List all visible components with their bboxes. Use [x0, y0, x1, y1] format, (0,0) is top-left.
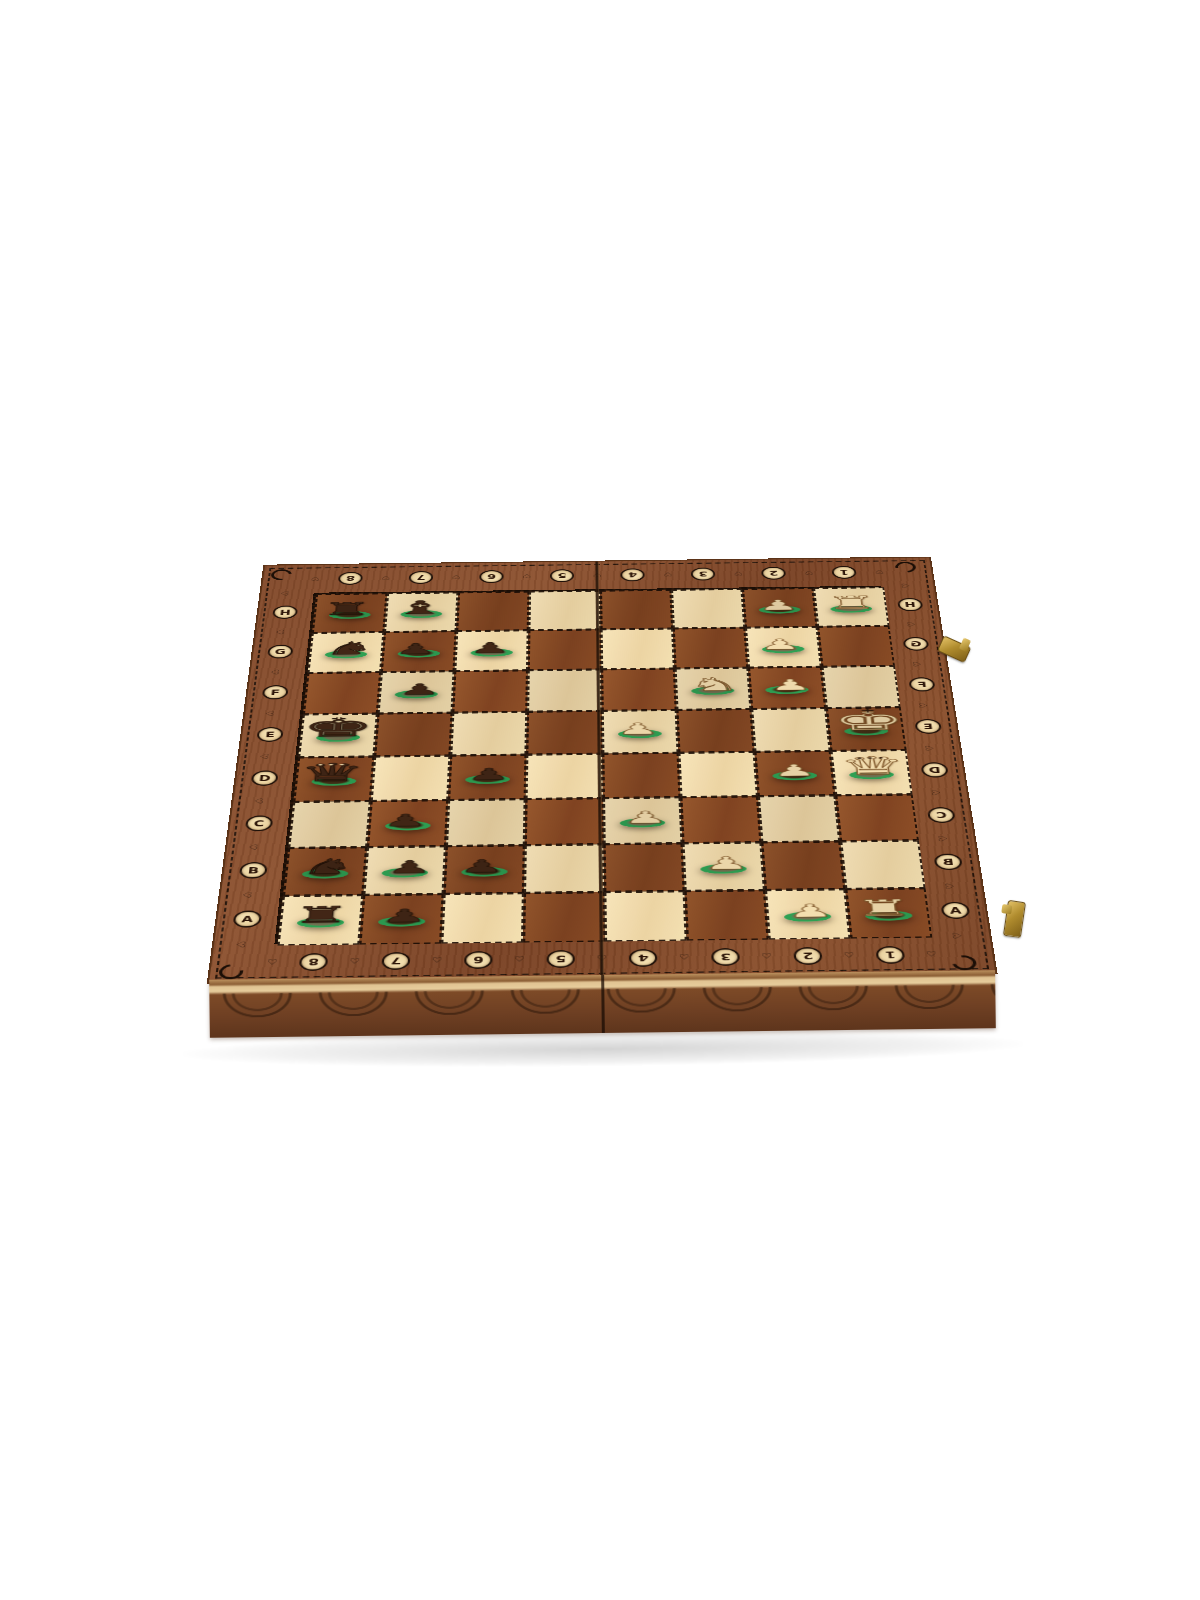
piece-glyph: ♜	[854, 897, 914, 918]
piece-glyph: ♟	[394, 642, 436, 656]
square-f5	[527, 669, 602, 711]
square-c4: ♟	[603, 797, 682, 844]
black-pawn-c7: ♟	[382, 812, 427, 828]
black-rook-a8: ♜	[292, 904, 351, 925]
heart-scroll-motif: ♡	[901, 583, 912, 588]
square-g5	[528, 629, 601, 670]
heart-scroll-motif: ♡	[279, 591, 290, 596]
square-e1: ♚+	[826, 707, 907, 751]
square-e6	[450, 712, 527, 756]
box-side-seam	[601, 975, 605, 1033]
square-e3	[677, 709, 755, 753]
piece-glyph: ♟	[769, 678, 812, 692]
square-f1	[822, 666, 901, 708]
square-e7	[374, 713, 452, 757]
white-pawn-h2: ♟	[758, 599, 800, 612]
square-g1	[817, 626, 895, 667]
square-a5	[523, 892, 605, 943]
heart-scroll-motif: ♡	[451, 574, 460, 580]
black-queen-d8: ♛•••	[297, 761, 366, 784]
heart-scroll-motif: ♡	[274, 629, 285, 634]
piece-glyph: ♛	[297, 761, 366, 784]
square-f7: ♟	[378, 671, 455, 713]
white-rook-a1: ♜	[854, 897, 914, 918]
piece-glyph: ♛	[838, 754, 908, 777]
piece-glyph: ♞	[689, 676, 741, 693]
black-pawn-g7: ♟	[394, 642, 436, 656]
square-h6	[456, 592, 529, 632]
piece-glyph: ♟	[381, 907, 428, 924]
heart-scroll-motif: ♡	[733, 571, 743, 577]
piece-glyph: ♟	[772, 763, 817, 778]
square-d6: ♟	[448, 755, 526, 800]
heart-scroll-motif: ♡	[906, 622, 917, 627]
white-rook-h1: ♜	[825, 594, 878, 610]
heart-scroll-motif: ♡	[310, 576, 320, 582]
square-c5	[525, 798, 604, 845]
heart-scroll-motif: ♡	[593, 572, 602, 578]
square-d5	[526, 754, 603, 799]
square-a3	[685, 890, 769, 941]
heart-scroll-motif: ♡	[269, 669, 280, 674]
square-c1	[835, 794, 919, 841]
white-pawn-d2: ♟	[772, 763, 817, 778]
piece-glyph: ♜	[320, 601, 372, 617]
square-c7: ♟	[367, 800, 448, 847]
heart-scroll-motif: ♡	[918, 703, 930, 709]
square-d1: ♛•••	[831, 750, 913, 795]
square-a1: ♜	[845, 888, 932, 939]
square-d4	[602, 753, 680, 798]
square-h1: ♜	[813, 587, 889, 627]
piece-glyph: ♟	[787, 902, 834, 919]
square-f8	[303, 672, 381, 714]
heart-scroll-motif: ♡	[381, 575, 391, 581]
white-pawn-f2: ♟	[769, 678, 812, 692]
white-queen-d1: ♛•••	[838, 754, 908, 777]
white-pawn-c4: ♟	[623, 810, 668, 826]
heart-scroll-motif: ♡	[522, 573, 531, 579]
piece-glyph: ♟	[758, 599, 800, 612]
square-c3	[680, 796, 761, 843]
square-h3	[671, 589, 745, 629]
square-d2: ♟	[755, 751, 836, 796]
heart-scroll-motif: ♡	[264, 711, 275, 717]
square-d8: ♛•••	[293, 756, 374, 801]
square-d7	[371, 756, 451, 801]
black-pawn-d6: ♟	[467, 767, 511, 782]
square-h7: ♝	[384, 592, 458, 632]
square-c2	[758, 795, 840, 842]
black-rook-h8: ♜	[320, 601, 372, 617]
square-h4	[600, 590, 673, 630]
square-a2: ♟	[765, 889, 851, 940]
square-a8: ♜	[277, 895, 363, 946]
piece-glyph: ♟	[398, 682, 441, 696]
heart-scroll-motif: ♡	[874, 569, 884, 575]
piece-glyph: ♟	[467, 767, 511, 782]
white-knight-f3: ♞	[689, 676, 741, 693]
white-pawn-a2: ♟	[787, 902, 834, 919]
square-e2	[751, 708, 830, 752]
square-a7: ♟	[359, 894, 443, 945]
square-d3	[678, 752, 757, 797]
square-c8	[288, 801, 371, 848]
product-photo: 88HH77GG66FF55EE44DD33CC22BB11AA♡♡♡♡♡♡♡♡…	[0, 0, 1200, 1600]
heart-scroll-motif: ♡	[912, 661, 923, 666]
square-g8: ♞	[308, 632, 385, 673]
piece-glyph: ♜	[825, 594, 878, 610]
black-pawn-a7: ♟	[381, 907, 428, 924]
square-g6: ♟	[454, 630, 528, 671]
square-a6	[441, 893, 524, 944]
black-pawn-f7: ♟	[398, 682, 441, 696]
square-a4	[604, 891, 687, 942]
black-bishop-h7: ♝	[393, 599, 446, 616]
brass-clasp-lower	[1003, 900, 1026, 938]
piece-glyph: ♟	[623, 810, 668, 826]
piece-glyph: ♜	[292, 904, 351, 925]
chessboard: 88HH77GG66FF55EE44DD33CC22BB11AA♡♡♡♡♡♡♡♡…	[209, 558, 995, 983]
piece-glyph: ♟	[469, 641, 511, 655]
square-c6	[446, 799, 526, 846]
black-pawn-g6: ♟	[469, 641, 511, 655]
heart-scroll-motif: ♡	[663, 571, 672, 577]
piece-glyph: ♝	[393, 599, 446, 616]
heart-scroll-motif: ♡	[804, 570, 814, 576]
piece-glyph: ♟	[382, 812, 427, 828]
square-b7: ♟	[363, 846, 446, 895]
